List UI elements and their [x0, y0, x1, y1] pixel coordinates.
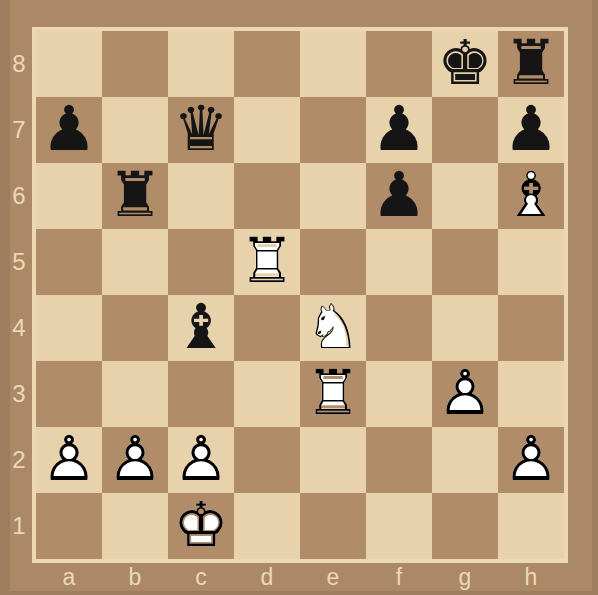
- square-b4[interactable]: [102, 295, 168, 361]
- square-f3[interactable]: [366, 361, 432, 427]
- square-h7[interactable]: ♟: [498, 97, 564, 163]
- square-e3[interactable]: ♜♖: [300, 361, 366, 427]
- square-c2[interactable]: ♟♙: [168, 427, 234, 493]
- square-f4[interactable]: [366, 295, 432, 361]
- square-h4[interactable]: [498, 295, 564, 361]
- piece-white-pawn: ♟: [107, 428, 163, 490]
- square-b8[interactable]: [102, 31, 168, 97]
- square-c1[interactable]: ♚♔: [168, 493, 234, 559]
- square-d5[interactable]: ♜♖: [234, 229, 300, 295]
- square-c4[interactable]: ♝: [168, 295, 234, 361]
- file-label-f: f: [366, 561, 432, 593]
- square-a3[interactable]: [36, 361, 102, 427]
- square-h1[interactable]: [498, 493, 564, 559]
- square-c5[interactable]: [168, 229, 234, 295]
- rank-label-2: 2: [0, 427, 32, 493]
- square-g3[interactable]: ♟♙: [432, 361, 498, 427]
- chess-app-page: { "game": "chess", "view": "2D board dia…: [0, 0, 598, 595]
- square-e5[interactable]: [300, 229, 366, 295]
- piece-white-pawn: ♟: [173, 428, 229, 490]
- piece-black-king: ♚: [437, 32, 493, 94]
- square-h5[interactable]: [498, 229, 564, 295]
- square-h6[interactable]: ♝♗: [498, 163, 564, 229]
- chess-board: ♚♜♟♛♟♟♜♟♝♗♜♖♝♞♘♜♖♟♙♟♙♟♙♟♙♟♙♚♔: [32, 27, 568, 563]
- file-label-a: a: [36, 561, 102, 593]
- square-c8[interactable]: [168, 31, 234, 97]
- square-b7[interactable]: [102, 97, 168, 163]
- piece-white-pawn-outline: ♙: [173, 428, 229, 490]
- square-b5[interactable]: [102, 229, 168, 295]
- file-label-c: c: [168, 561, 234, 593]
- piece-white-rook-outline: ♖: [305, 362, 361, 424]
- piece-white-pawn: ♟: [437, 362, 493, 424]
- square-f2[interactable]: [366, 427, 432, 493]
- piece-white-pawn-outline: ♙: [503, 428, 559, 490]
- square-e1[interactable]: [300, 493, 366, 559]
- square-h2[interactable]: ♟♙: [498, 427, 564, 493]
- square-f1[interactable]: [366, 493, 432, 559]
- square-a5[interactable]: [36, 229, 102, 295]
- square-e6[interactable]: [300, 163, 366, 229]
- square-d8[interactable]: [234, 31, 300, 97]
- square-g2[interactable]: [432, 427, 498, 493]
- piece-white-king: ♚: [173, 494, 229, 556]
- square-a7[interactable]: ♟: [36, 97, 102, 163]
- piece-white-rook: ♜: [239, 230, 295, 292]
- file-label-d: d: [234, 561, 300, 593]
- square-g5[interactable]: [432, 229, 498, 295]
- file-label-e: e: [300, 561, 366, 593]
- piece-white-knight: ♞: [305, 296, 361, 358]
- square-c7[interactable]: ♛: [168, 97, 234, 163]
- piece-white-pawn-outline: ♙: [107, 428, 163, 490]
- page-edge-shadow-right: [592, 0, 598, 595]
- piece-black-bishop: ♝: [173, 296, 229, 358]
- square-a4[interactable]: [36, 295, 102, 361]
- square-a6[interactable]: [36, 163, 102, 229]
- square-d6[interactable]: [234, 163, 300, 229]
- rank-label-5: 5: [0, 229, 32, 295]
- square-g6[interactable]: [432, 163, 498, 229]
- square-a2[interactable]: ♟♙: [36, 427, 102, 493]
- file-label-g: g: [432, 561, 498, 593]
- file-label-b: b: [102, 561, 168, 593]
- square-f6[interactable]: ♟: [366, 163, 432, 229]
- piece-white-knight-outline: ♘: [305, 296, 361, 358]
- square-b2[interactable]: ♟♙: [102, 427, 168, 493]
- square-d7[interactable]: [234, 97, 300, 163]
- square-f8[interactable]: [366, 31, 432, 97]
- rank-label-8: 8: [0, 31, 32, 97]
- piece-white-king-outline: ♔: [173, 494, 229, 556]
- piece-black-rook: ♜: [503, 32, 559, 94]
- piece-black-pawn: ♟: [41, 98, 97, 160]
- file-label-h: h: [498, 561, 564, 593]
- rank-labels: 87654321: [0, 31, 32, 559]
- square-h3[interactable]: [498, 361, 564, 427]
- square-h8[interactable]: ♜: [498, 31, 564, 97]
- piece-white-rook: ♜: [305, 362, 361, 424]
- piece-black-queen: ♛: [173, 98, 229, 160]
- rank-label-1: 1: [0, 493, 32, 559]
- square-g7[interactable]: [432, 97, 498, 163]
- square-e2[interactable]: [300, 427, 366, 493]
- square-f7[interactable]: ♟: [366, 97, 432, 163]
- square-g8[interactable]: ♚: [432, 31, 498, 97]
- piece-white-pawn-outline: ♙: [41, 428, 97, 490]
- square-d4[interactable]: [234, 295, 300, 361]
- piece-white-pawn: ♟: [503, 428, 559, 490]
- square-b1[interactable]: [102, 493, 168, 559]
- square-d2[interactable]: [234, 427, 300, 493]
- rank-label-4: 4: [0, 295, 32, 361]
- piece-white-rook-outline: ♖: [239, 230, 295, 292]
- piece-black-rook: ♜: [107, 164, 163, 226]
- piece-black-pawn: ♟: [371, 164, 427, 226]
- piece-white-pawn-outline: ♙: [437, 362, 493, 424]
- piece-white-bishop: ♝: [503, 164, 559, 226]
- square-a8[interactable]: [36, 31, 102, 97]
- square-c3[interactable]: [168, 361, 234, 427]
- square-f5[interactable]: [366, 229, 432, 295]
- rank-label-3: 3: [0, 361, 32, 427]
- piece-black-pawn: ♟: [503, 98, 559, 160]
- square-b3[interactable]: [102, 361, 168, 427]
- rank-label-7: 7: [0, 97, 32, 163]
- square-e7[interactable]: [300, 97, 366, 163]
- square-a1[interactable]: [36, 493, 102, 559]
- square-b6[interactable]: ♜: [102, 163, 168, 229]
- piece-black-pawn: ♟: [371, 98, 427, 160]
- square-c6[interactable]: [168, 163, 234, 229]
- piece-white-pawn: ♟: [41, 428, 97, 490]
- square-d1[interactable]: [234, 493, 300, 559]
- square-d3[interactable]: [234, 361, 300, 427]
- square-e8[interactable]: [300, 31, 366, 97]
- piece-white-bishop-outline: ♗: [503, 164, 559, 226]
- square-g1[interactable]: [432, 493, 498, 559]
- rank-label-6: 6: [0, 163, 32, 229]
- square-g4[interactable]: [432, 295, 498, 361]
- file-labels: abcdefgh: [36, 561, 564, 593]
- square-e4[interactable]: ♞♘: [300, 295, 366, 361]
